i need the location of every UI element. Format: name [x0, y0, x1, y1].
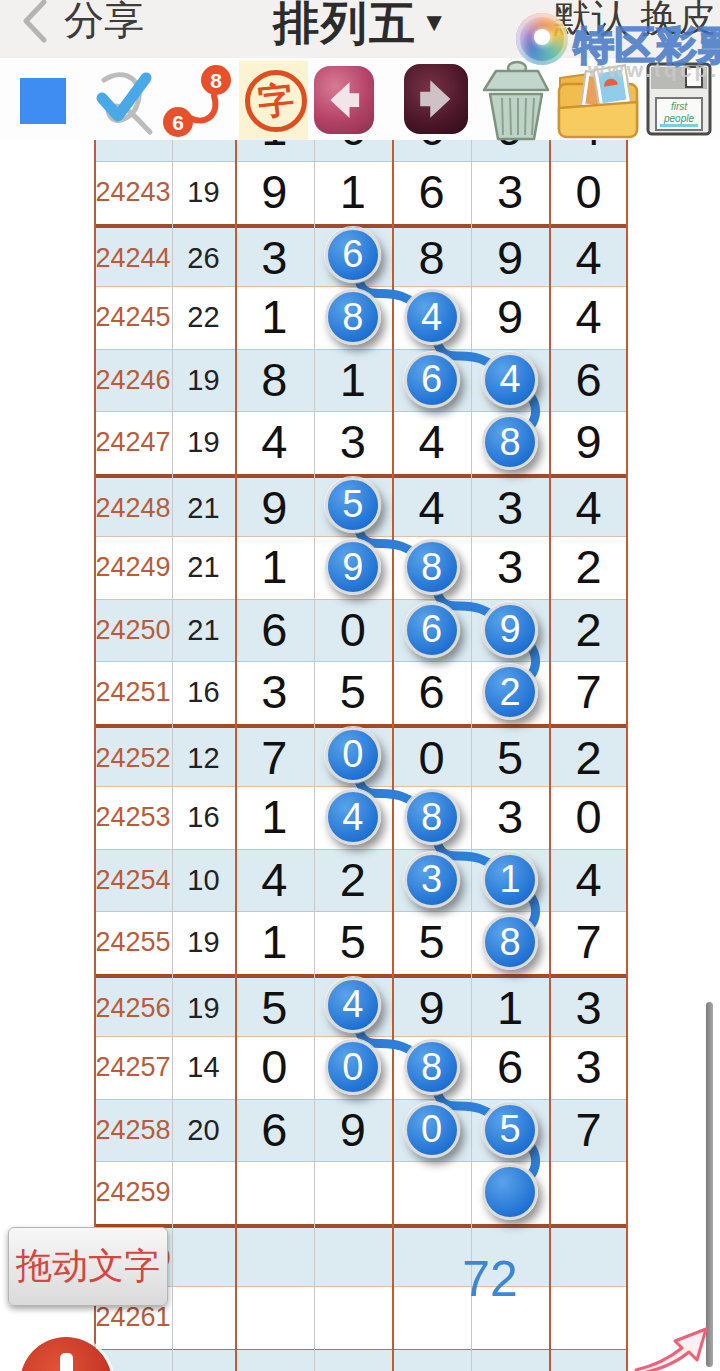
mark-circle-2[interactable]: 2	[482, 664, 538, 720]
chart-row: 24247 19 4 3 4 8 9	[94, 411, 628, 474]
sum-value: 21	[172, 478, 235, 537]
app-screen: 分享 排列五 ▼ 默认 换皮 特区彩票网 www.tqcp.net 6 8	[0, 0, 720, 1371]
digit-cell[interactable]: 4	[549, 478, 628, 537]
digit-cell[interactable]: 5	[235, 978, 314, 1037]
mark-circle-5[interactable]: 5	[325, 477, 381, 533]
digit-cell[interactable]: 7	[549, 1100, 628, 1162]
svg-text:8: 8	[210, 69, 222, 92]
digit-cell[interactable]: 4	[235, 412, 314, 474]
digit-cell[interactable]	[549, 1287, 628, 1349]
redo-right-arrow-button[interactable]	[404, 64, 468, 134]
digit-cell[interactable]: 3	[235, 228, 314, 287]
drag-text-button[interactable]: 拖动文字	[8, 1227, 168, 1306]
sum-value: 16	[172, 662, 235, 724]
digit-cell[interactable]: 5	[314, 662, 393, 724]
digit-cell[interactable]: 7	[549, 912, 628, 974]
digit-cell[interactable]: 9	[392, 978, 471, 1037]
digit-cell[interactable]: 3	[235, 662, 314, 724]
chart-row: 24261	[94, 1286, 628, 1349]
digit-cell[interactable]	[392, 1162, 471, 1224]
digit-cell[interactable]: 6	[392, 662, 471, 724]
digit-cell[interactable]: 1	[235, 140, 314, 161]
mark-circle-4[interactable]: 4	[325, 789, 381, 845]
digit-cell[interactable]	[549, 1162, 628, 1224]
mark-circle-5[interactable]: 5	[482, 1102, 538, 1158]
zi-stamp-icon: 字	[245, 70, 307, 132]
chart-row: 24260	[94, 1224, 628, 1287]
digit-cell[interactable]: 1	[314, 162, 393, 224]
digit-cell[interactable]: 6	[235, 600, 314, 662]
digit-cell[interactable]: 2	[314, 850, 393, 912]
digit-cell[interactable]: 4	[549, 287, 628, 349]
digit-cell[interactable]: 3	[471, 162, 550, 224]
annotation-72[interactable]: 72	[445, 1250, 535, 1308]
mark-circle-8[interactable]: 8	[404, 539, 460, 595]
sum-value: 19	[172, 978, 235, 1037]
save-tool[interactable]: first people	[644, 60, 714, 142]
digit-cell[interactable]: 2	[549, 537, 628, 599]
share-arrow-button[interactable]	[632, 1326, 720, 1371]
period-label: 24252	[94, 728, 172, 787]
svg-text:6: 6	[172, 111, 184, 134]
period-label: 24258	[94, 1100, 172, 1162]
digit-cell[interactable]: 7	[549, 662, 628, 724]
digit-cell[interactable]: 1	[471, 978, 550, 1037]
digit-cell[interactable]: 0	[549, 162, 628, 224]
period-label: 24259	[94, 1162, 172, 1224]
next-row-partial	[94, 1349, 628, 1371]
mark-circle-8[interactable]: 8	[482, 914, 538, 970]
mark-circle-4[interactable]: 4	[482, 352, 538, 408]
digit-cell[interactable]: 0	[314, 600, 393, 662]
period-label: 24250	[94, 600, 172, 662]
mark-circle-6[interactable]: 6	[404, 602, 460, 658]
page-title: 排列五	[273, 0, 417, 49]
digit-cell[interactable]: 6	[314, 140, 393, 161]
digit-cell[interactable]: 3	[471, 787, 550, 849]
sum-value	[172, 1287, 235, 1349]
download-button[interactable]	[20, 1337, 112, 1371]
sum-value	[172, 1228, 235, 1287]
digit-cell[interactable]: 1	[235, 537, 314, 599]
digit-cell[interactable]: 4	[549, 228, 628, 287]
trend-6-8-icon: 6 8	[160, 62, 238, 140]
sum-value: 21	[172, 537, 235, 599]
mark-circle-8[interactable]: 8	[482, 414, 538, 470]
text-tool-selected[interactable]: 字	[239, 61, 308, 140]
mark-circle-0[interactable]: 0	[325, 1039, 381, 1095]
mark-circle-6[interactable]: 6	[325, 227, 381, 283]
period-label: 24255	[94, 912, 172, 974]
digit-cell[interactable]: 5	[392, 912, 471, 974]
gallery-folder-icon	[554, 60, 642, 140]
mark-circle-8[interactable]: 8	[325, 289, 381, 345]
period-label: 24249	[94, 537, 172, 599]
chart-row: 24251 16 3 5 6 2 7	[94, 661, 628, 724]
digit-cell[interactable]: 3	[549, 978, 628, 1037]
chart-row: 24255 19 1 5 5 8 7	[94, 911, 628, 974]
mark-dot-filled[interactable]	[482, 1164, 538, 1220]
digit-cell[interactable]	[235, 1287, 314, 1349]
digit-cell[interactable]: 1	[235, 787, 314, 849]
svg-text:people: people	[663, 113, 694, 124]
digit-cell[interactable]: 8	[392, 228, 471, 287]
digit-cell[interactable]: 3	[314, 412, 393, 474]
period-label: 24257	[94, 1037, 172, 1099]
gallery-tool[interactable]	[554, 60, 642, 144]
svg-text:first: first	[671, 101, 688, 112]
digit-cell[interactable]: 2	[549, 600, 628, 662]
digit-cell[interactable]: 0	[235, 1037, 314, 1099]
drawing-toolbar: 6 8 字	[0, 58, 720, 140]
sum-value: 20	[172, 1100, 235, 1162]
mark-circle-6[interactable]: 6	[404, 352, 460, 408]
digit-cell[interactable]: 6	[392, 162, 471, 224]
chart-row: 24258 20 6 9 0 5 7	[94, 1099, 628, 1162]
digit-cell[interactable]: 3	[471, 537, 550, 599]
back-chevron-icon	[20, 0, 50, 44]
digit-cell[interactable]: 4	[235, 850, 314, 912]
digit-cell[interactable]: 1	[235, 287, 314, 349]
digit-cell[interactable]: 5	[471, 728, 550, 787]
sum-value: 22	[172, 287, 235, 349]
down-arrow-icon	[20, 1337, 112, 1371]
sum-value: 10	[172, 850, 235, 912]
mark-circle-1[interactable]: 1	[482, 852, 538, 908]
mark-circle-0[interactable]: 0	[325, 727, 381, 783]
period-label: 24253	[94, 787, 172, 849]
right-arrow-icon	[413, 75, 459, 123]
period-label: 24251	[94, 662, 172, 724]
digit-cell[interactable]: 2	[549, 728, 628, 787]
check-pen-icon	[88, 64, 160, 136]
period-label: 24243	[94, 162, 172, 224]
sum-value: 19	[172, 412, 235, 474]
mark-circle-8[interactable]: 8	[404, 789, 460, 845]
digit-cell[interactable]: 6	[471, 1037, 550, 1099]
digit-cell[interactable]: 9	[235, 162, 314, 224]
digit-cell[interactable]	[549, 1228, 628, 1287]
digit-cell[interactable]: 1	[314, 350, 393, 412]
period-label: 24256	[94, 978, 172, 1037]
period-label: 24254	[94, 850, 172, 912]
delete-tool[interactable]	[476, 58, 556, 146]
digit-cell[interactable]: 4	[392, 478, 471, 537]
curved-arrow-icon	[632, 1326, 720, 1371]
chart-row: 24246 19 8 1 6 4 6	[94, 349, 628, 412]
digit-cell[interactable]	[314, 1287, 393, 1349]
mark-circle-9[interactable]: 9	[325, 539, 381, 595]
dropdown-caret-icon: ▼	[421, 7, 447, 37]
digit-cell[interactable]: 4	[392, 412, 471, 474]
sum-value: 26	[172, 228, 235, 287]
chart-row: 24254 10 4 2 3 1 4	[94, 849, 628, 912]
trend-line-tool[interactable]: 6 8	[160, 62, 238, 144]
digit-cell[interactable]: 4	[549, 850, 628, 912]
sum-value: 14	[172, 1037, 235, 1099]
digit-cell[interactable]: 6	[549, 350, 628, 412]
sum-value	[172, 1162, 235, 1224]
period-label: 24245	[94, 287, 172, 349]
digit-cell[interactable]: 7	[235, 728, 314, 787]
share-button[interactable]: 分享	[64, 0, 144, 48]
save-floppy-icon: first people	[644, 60, 714, 138]
digit-cell[interactable]: 6	[235, 1100, 314, 1162]
scrollbar-thumb[interactable]	[706, 1002, 713, 1367]
digit-cell[interactable]: 5	[314, 912, 393, 974]
chart-row: 24259	[94, 1161, 628, 1224]
left-arrow-icon	[322, 77, 366, 123]
chart-row: 24250 21 6 0 6 9 2	[94, 599, 628, 662]
chart-row: 24243 19 9 1 6 3 0	[94, 161, 628, 224]
period-label: 24247	[94, 412, 172, 474]
sum-value: 16	[172, 787, 235, 849]
sum-value: 19	[172, 912, 235, 974]
mark-circle-3[interactable]: 3	[404, 852, 460, 908]
back-button[interactable]	[20, 0, 50, 44]
trash-icon	[476, 58, 556, 142]
sum-value: 12	[172, 728, 235, 787]
digit-cell[interactable]	[235, 1162, 314, 1224]
digit-cell[interactable]: 9	[235, 478, 314, 537]
period-label: 24248	[94, 478, 172, 537]
digit-cell[interactable]: 9	[471, 228, 550, 287]
digit-cell[interactable]: 6	[392, 140, 471, 161]
sum-value: 19	[172, 162, 235, 224]
sum-value: 19	[172, 350, 235, 412]
digit-cell[interactable]	[314, 1162, 393, 1224]
sum-value: 21	[172, 600, 235, 662]
digit-cell[interactable]: 0	[549, 787, 628, 849]
mark-circle-4[interactable]: 4	[404, 289, 460, 345]
period-label: 24246	[94, 350, 172, 412]
digit-cell[interactable]: 9	[549, 412, 628, 474]
top-bar: 分享 排列五 ▼ 默认 换皮	[0, 0, 720, 58]
digit-cell[interactable]: 3	[549, 1037, 628, 1099]
color-swatch-blue[interactable]	[20, 78, 66, 124]
check-pen-tool[interactable]	[88, 64, 160, 140]
mark-circle-4[interactable]: 4	[325, 977, 381, 1033]
digit-cell[interactable]: 9	[314, 1100, 393, 1162]
digit-cell[interactable]: 1	[235, 912, 314, 974]
undo-left-arrow-button[interactable]	[314, 66, 374, 134]
digit-cell[interactable]: 3	[471, 478, 550, 537]
digit-cell[interactable]	[314, 1228, 393, 1287]
mark-circle-0[interactable]: 0	[404, 1102, 460, 1158]
title-dropdown[interactable]: 排列五 ▼	[273, 0, 447, 55]
mark-circle-9[interactable]: 9	[482, 602, 538, 658]
mark-circle-8[interactable]: 8	[404, 1039, 460, 1095]
digit-cell[interactable]: 9	[471, 287, 550, 349]
digit-cell[interactable]	[235, 1228, 314, 1287]
digit-cell[interactable]: 0	[392, 728, 471, 787]
period-label: 24244	[94, 228, 172, 287]
digit-cell[interactable]: 8	[235, 350, 314, 412]
skin-switch-buttons[interactable]: 默认 换皮	[553, 0, 716, 44]
